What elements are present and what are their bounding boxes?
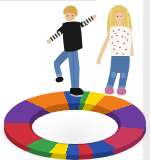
girl-knee-patch-right <box>121 72 126 78</box>
girl-eye-right <box>121 16 122 17</box>
boy-jean-cuff <box>56 73 62 77</box>
girl-knee-patch-left <box>111 71 116 77</box>
boy-figure <box>47 6 97 97</box>
girl-jeans <box>106 56 129 89</box>
boy-sweater-torso <box>63 21 83 51</box>
girl-figure <box>96 5 134 96</box>
children-figures <box>0 0 150 160</box>
boy-raised-shoe <box>55 76 64 83</box>
girl-left-hand <box>96 60 100 64</box>
girl-eye-left <box>117 16 118 17</box>
boy-right-hand <box>92 15 96 19</box>
boy-eye-left <box>67 15 68 16</box>
girl-jean-cuff-left <box>106 85 113 88</box>
girl-head <box>115 12 124 22</box>
girl-left-arm <box>97 30 112 62</box>
girl-neck <box>117 21 122 26</box>
product-photo <box>0 0 150 160</box>
boy-eye-right <box>72 15 73 16</box>
boy-left-hand <box>47 40 51 44</box>
girl-jean-cuff-right <box>118 86 126 89</box>
